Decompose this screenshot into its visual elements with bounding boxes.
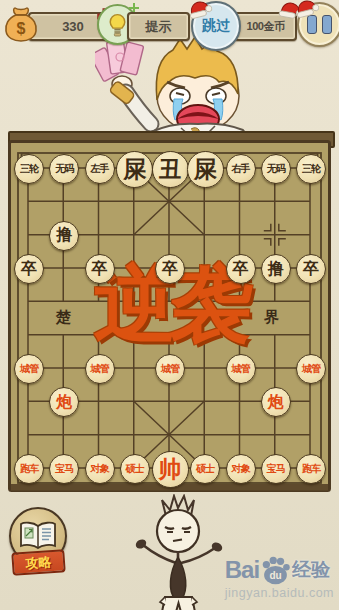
skip-cost-panel: 100金币 [234, 12, 297, 41]
piece-black-r0c6[interactable]: 右手 [226, 154, 256, 184]
pause-button[interactable] [297, 2, 339, 47]
stick-figure-character [118, 494, 242, 610]
piece-black-r3c6[interactable]: 卒 [226, 254, 256, 284]
piece-red-r9c6[interactable]: 对象 [226, 454, 256, 484]
piece-red-r9c8[interactable]: 跑车 [296, 454, 326, 484]
piece-black-r2c1[interactable]: 撸 [49, 221, 79, 251]
piece-red-r9c5[interactable]: 硕士 [190, 454, 220, 484]
piece-black-r0c0[interactable]: 三轮 [14, 154, 44, 184]
piece-red-r9c4[interactable]: 帅 [152, 451, 189, 488]
baidu-jingyan-text: 经验 [292, 557, 330, 583]
piece-black-r3c2[interactable]: 卒 [85, 254, 115, 284]
piece-black-r3c4[interactable]: 卒 [155, 254, 185, 284]
money-bag-icon: $ [2, 5, 40, 43]
piece-red-r6c0[interactable]: 城管 [14, 354, 44, 384]
piece-red-r6c8[interactable]: 城管 [296, 354, 326, 384]
baidu-paw-icon: du [260, 555, 291, 585]
piece-red-r7c7[interactable]: 炮 [261, 387, 291, 417]
piece-red-r6c2[interactable]: 城管 [85, 354, 115, 384]
pieces-layer: 三轮无码左手屎丑屎右手无码三轮撸卒卒卒卒撸卒城管城管城管城管城管炮炮跑车宝马对象… [8, 140, 331, 492]
hint-button[interactable]: 提示 [127, 12, 190, 41]
guide-label: 攻略 [25, 553, 52, 573]
baidu-watermark: Bai du 经验 jingyan.baidu.com [225, 555, 334, 600]
skip-cost-label: 100金币 [247, 19, 285, 34]
piece-red-r9c1[interactable]: 宝马 [49, 454, 79, 484]
watermark-url: jingyan.baidu.com [225, 586, 334, 600]
guide-banner[interactable]: 攻略 [11, 549, 65, 576]
pause-icon [322, 15, 332, 34]
piece-black-r0c4[interactable]: 丑 [152, 151, 189, 188]
xiangqi-board[interactable]: 楚 界 逆袭 三轮无码左手屎丑屎右手无码三轮撸卒卒卒卒撸卒城管城管城管城管城管炮… [8, 140, 331, 492]
piece-red-r9c7[interactable]: 宝马 [261, 454, 291, 484]
game-screen: 330 $ 提示 100金币 [0, 0, 339, 610]
baidu-logo-text: Bai [225, 556, 259, 584]
svg-text:$: $ [17, 20, 26, 37]
piece-red-r6c6[interactable]: 城管 [226, 354, 256, 384]
piece-red-r6c4[interactable]: 城管 [155, 354, 185, 384]
skip-button[interactable]: 跳过 [191, 1, 241, 51]
hint-label: 提示 [146, 18, 172, 36]
piece-black-r0c3[interactable]: 屎 [116, 151, 153, 188]
svg-text:du: du [269, 570, 281, 581]
top-bar: 330 $ 提示 100金币 [0, 0, 339, 48]
piece-black-r0c1[interactable]: 无码 [49, 154, 79, 184]
piece-black-r0c7[interactable]: 无码 [261, 154, 291, 184]
piece-red-r7c1[interactable]: 炮 [49, 387, 79, 417]
piece-black-r0c2[interactable]: 左手 [85, 154, 115, 184]
pause-icon [307, 15, 317, 34]
piece-black-r3c0[interactable]: 卒 [14, 254, 44, 284]
piece-red-r9c3[interactable]: 硕士 [120, 454, 150, 484]
crying-character [95, 34, 265, 144]
piece-black-r3c8[interactable]: 卒 [296, 254, 326, 284]
coin-amount: 330 [62, 19, 84, 34]
piece-black-r0c8[interactable]: 三轮 [296, 154, 326, 184]
guide-button[interactable]: 攻略 [8, 507, 64, 573]
piece-red-r9c2[interactable]: 对象 [85, 454, 115, 484]
skip-label: 跳过 [202, 17, 230, 35]
piece-black-r3c7[interactable]: 撸 [261, 254, 291, 284]
piece-red-r9c0[interactable]: 跑车 [14, 454, 44, 484]
piece-black-r0c5[interactable]: 屎 [187, 151, 224, 188]
book-icon [17, 520, 59, 552]
